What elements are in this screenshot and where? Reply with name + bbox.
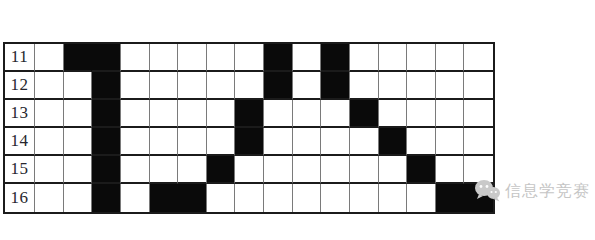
filled-cell: [407, 156, 436, 184]
filled-cell: [350, 100, 379, 128]
filled-cell: [235, 100, 264, 128]
empty-cell: [264, 184, 293, 212]
empty-cell: [178, 100, 207, 128]
empty-cell: [207, 128, 236, 156]
empty-cell: [407, 44, 436, 72]
row-label: 13: [5, 100, 35, 128]
empty-cell: [35, 44, 64, 72]
empty-cell: [207, 44, 236, 72]
empty-cell: [64, 128, 93, 156]
empty-cell: [321, 100, 350, 128]
filled-cell: [436, 184, 465, 212]
empty-cell: [293, 128, 322, 156]
filled-cell: [92, 72, 121, 100]
empty-cell: [264, 156, 293, 184]
filled-cell: [92, 184, 121, 212]
empty-cell: [235, 156, 264, 184]
empty-cell: [64, 184, 93, 212]
empty-cell: [464, 72, 493, 100]
empty-cell: [379, 72, 408, 100]
empty-cell: [293, 72, 322, 100]
empty-cell: [64, 156, 93, 184]
filled-cell: [178, 184, 207, 212]
empty-cell: [464, 128, 493, 156]
filled-cell: [207, 156, 236, 184]
empty-cell: [235, 72, 264, 100]
filled-cell: [321, 72, 350, 100]
filled-cell: [92, 156, 121, 184]
empty-cell: [436, 100, 465, 128]
filled-cell: [92, 128, 121, 156]
empty-cell: [350, 156, 379, 184]
row-label: 14: [5, 128, 35, 156]
empty-cell: [207, 100, 236, 128]
empty-cell: [64, 100, 93, 128]
empty-cell: [35, 72, 64, 100]
empty-cell: [436, 128, 465, 156]
empty-cell: [321, 156, 350, 184]
empty-cell: [350, 44, 379, 72]
empty-cell: [379, 156, 408, 184]
empty-cell: [293, 100, 322, 128]
puzzle-grid: 111213141516: [3, 42, 495, 214]
empty-cell: [150, 128, 179, 156]
empty-cell: [293, 44, 322, 72]
watermark: 信息学竞赛: [474, 176, 592, 206]
empty-cell: [178, 44, 207, 72]
filled-cell: [64, 44, 93, 72]
empty-cell: [178, 156, 207, 184]
empty-cell: [436, 156, 465, 184]
filled-cell: [264, 72, 293, 100]
empty-cell: [121, 128, 150, 156]
empty-cell: [207, 72, 236, 100]
watermark-text: 信息学竞赛: [505, 181, 590, 202]
empty-cell: [121, 156, 150, 184]
empty-cell: [350, 72, 379, 100]
empty-cell: [64, 72, 93, 100]
empty-cell: [407, 100, 436, 128]
empty-cell: [121, 184, 150, 212]
filled-cell: [150, 184, 179, 212]
filled-cell: [379, 128, 408, 156]
empty-cell: [178, 72, 207, 100]
empty-cell: [35, 128, 64, 156]
filled-cell: [264, 44, 293, 72]
empty-cell: [379, 100, 408, 128]
empty-cell: [121, 100, 150, 128]
filled-cell: [321, 44, 350, 72]
empty-cell: [150, 100, 179, 128]
filled-cell: [92, 100, 121, 128]
empty-cell: [178, 128, 207, 156]
row-label: 15: [5, 156, 35, 184]
empty-cell: [407, 128, 436, 156]
empty-cell: [264, 128, 293, 156]
empty-cell: [321, 128, 350, 156]
empty-cell: [407, 72, 436, 100]
empty-cell: [379, 184, 408, 212]
chat-bubbles-icon: [474, 178, 502, 204]
empty-cell: [293, 184, 322, 212]
empty-cell: [207, 184, 236, 212]
empty-cell: [350, 184, 379, 212]
empty-cell: [436, 72, 465, 100]
empty-cell: [121, 44, 150, 72]
empty-cell: [35, 184, 64, 212]
filled-cell: [235, 128, 264, 156]
row-label: 16: [5, 184, 35, 212]
empty-cell: [407, 184, 436, 212]
empty-cell: [436, 44, 465, 72]
filled-cell: [92, 44, 121, 72]
empty-cell: [379, 44, 408, 72]
empty-cell: [35, 100, 64, 128]
empty-cell: [235, 184, 264, 212]
empty-cell: [150, 44, 179, 72]
empty-cell: [321, 184, 350, 212]
empty-cell: [150, 72, 179, 100]
empty-cell: [464, 44, 493, 72]
empty-cell: [35, 156, 64, 184]
empty-cell: [350, 128, 379, 156]
empty-cell: [264, 100, 293, 128]
row-label: 11: [5, 44, 35, 72]
row-label: 12: [5, 72, 35, 100]
empty-cell: [121, 72, 150, 100]
empty-cell: [464, 100, 493, 128]
empty-cell: [150, 156, 179, 184]
empty-cell: [293, 156, 322, 184]
empty-cell: [235, 44, 264, 72]
